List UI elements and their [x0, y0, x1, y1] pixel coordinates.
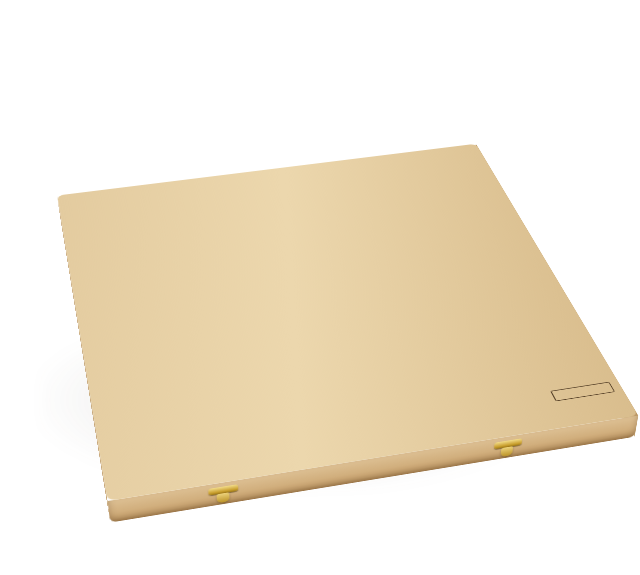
- scene: [0, 0, 640, 575]
- brass-clasp-left-icon: [208, 484, 238, 495]
- brand-stamp: [550, 382, 615, 402]
- product-photo-stage: [0, 0, 640, 575]
- folding-chessboard-box: [57, 144, 638, 501]
- brass-clasp-right-icon: [494, 438, 522, 449]
